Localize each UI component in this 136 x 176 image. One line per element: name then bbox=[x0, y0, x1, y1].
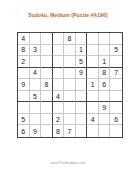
cell-r6c2: 5 bbox=[30, 91, 42, 103]
cell-r1c2 bbox=[30, 33, 42, 45]
cell-r2c3 bbox=[41, 45, 53, 57]
cell-r6c5 bbox=[64, 91, 76, 103]
footer-url: www.PrintSudoku.com bbox=[0, 161, 136, 165]
cell-r9c3 bbox=[41, 125, 53, 137]
cell-r1c3 bbox=[41, 33, 53, 45]
cell-r2c1: 8 bbox=[18, 45, 30, 57]
cell-r4c4 bbox=[53, 68, 65, 80]
cell-r7c9 bbox=[110, 102, 122, 114]
cell-r4c8: 8 bbox=[99, 68, 111, 80]
cell-r2c9: 5 bbox=[110, 45, 122, 57]
cell-r4c9: 7 bbox=[110, 68, 122, 80]
cell-r1c4 bbox=[53, 33, 65, 45]
cell-r7c3 bbox=[41, 102, 53, 114]
cell-r2c8 bbox=[99, 45, 111, 57]
cell-r1c9 bbox=[110, 33, 122, 45]
cell-r3c7 bbox=[87, 56, 99, 68]
cell-r5c2 bbox=[30, 79, 42, 91]
cell-r1c5: 8 bbox=[64, 33, 76, 45]
cell-r3c8: 1 bbox=[99, 56, 111, 68]
cell-r2c5 bbox=[64, 45, 76, 57]
cell-r4c7 bbox=[87, 68, 99, 80]
cell-r8c1: 5 bbox=[18, 114, 30, 126]
cell-r1c1: 4 bbox=[18, 33, 30, 45]
cell-r5c7: 1 bbox=[87, 79, 99, 91]
cell-r3c1: 2 bbox=[18, 56, 30, 68]
page-title: Sudoku, Medium (Puzzle #A196) bbox=[0, 12, 136, 18]
cell-r4c1 bbox=[18, 68, 30, 80]
cell-r5c9 bbox=[110, 79, 122, 91]
cell-r9c8 bbox=[99, 125, 111, 137]
cell-r6c7 bbox=[87, 91, 99, 103]
cell-r5c1: 9 bbox=[18, 79, 30, 91]
cell-r6c8 bbox=[99, 91, 111, 103]
cell-r2c2: 3 bbox=[30, 45, 42, 57]
cell-r3c4 bbox=[53, 56, 65, 68]
cell-r8c4: 2 bbox=[53, 114, 65, 126]
sudoku-page: Sudoku, Medium (Puzzle #A196) 4883152514… bbox=[0, 0, 136, 176]
cell-r2c4 bbox=[53, 45, 65, 57]
cell-r5c3: 8 bbox=[41, 79, 53, 91]
cell-r3c3 bbox=[41, 56, 53, 68]
sudoku-board: 4883152514987981654952466987 bbox=[17, 32, 123, 138]
cell-r1c6 bbox=[76, 33, 88, 45]
cell-r7c1 bbox=[18, 102, 30, 114]
cell-r5c5 bbox=[64, 79, 76, 91]
cell-r7c4 bbox=[53, 102, 65, 114]
cell-r4c2: 4 bbox=[30, 68, 42, 80]
cell-r8c7: 4 bbox=[87, 114, 99, 126]
cell-r8c8 bbox=[99, 114, 111, 126]
cell-r9c9 bbox=[110, 125, 122, 137]
cell-r4c3 bbox=[41, 68, 53, 80]
cell-r2c7 bbox=[87, 45, 99, 57]
cell-r9c2: 9 bbox=[30, 125, 42, 137]
cell-r5c8: 6 bbox=[99, 79, 111, 91]
cell-r8c2 bbox=[30, 114, 42, 126]
cell-r3c5 bbox=[64, 56, 76, 68]
cell-r9c6 bbox=[76, 125, 88, 137]
cell-r1c7 bbox=[87, 33, 99, 45]
cell-r9c7 bbox=[87, 125, 99, 137]
cell-r4c6: 9 bbox=[76, 68, 88, 80]
cell-r1c8 bbox=[99, 33, 111, 45]
cell-r8c5 bbox=[64, 114, 76, 126]
cell-r3c2 bbox=[30, 56, 42, 68]
cell-r8c3 bbox=[41, 114, 53, 126]
cell-r4c5 bbox=[64, 68, 76, 80]
cell-r7c7 bbox=[87, 102, 99, 114]
cell-r9c5: 7 bbox=[64, 125, 76, 137]
cell-r8c6 bbox=[76, 114, 88, 126]
cell-r6c6 bbox=[76, 91, 88, 103]
cell-r7c6 bbox=[76, 102, 88, 114]
cell-r3c6: 5 bbox=[76, 56, 88, 68]
cell-r6c4: 4 bbox=[53, 91, 65, 103]
cell-r6c3 bbox=[41, 91, 53, 103]
cell-r9c1: 6 bbox=[18, 125, 30, 137]
cell-r9c4: 8 bbox=[53, 125, 65, 137]
cell-r8c9: 6 bbox=[110, 114, 122, 126]
cell-r5c4 bbox=[53, 79, 65, 91]
cell-r2c6: 1 bbox=[76, 45, 88, 57]
cell-r7c8: 9 bbox=[99, 102, 111, 114]
cell-r5c6 bbox=[76, 79, 88, 91]
cell-r3c9 bbox=[110, 56, 122, 68]
cell-r6c9 bbox=[110, 91, 122, 103]
cell-r7c2 bbox=[30, 102, 42, 114]
cell-r6c1 bbox=[18, 91, 30, 103]
cell-r7c5 bbox=[64, 102, 76, 114]
